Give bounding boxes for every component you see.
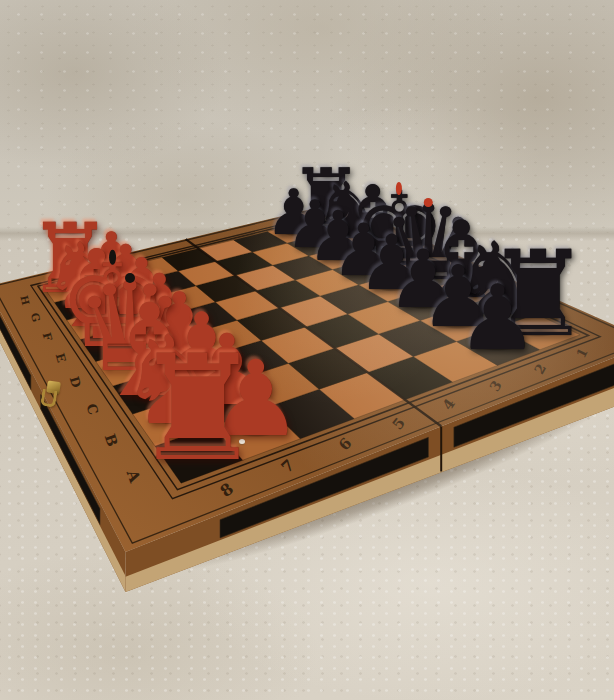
clasp-hook <box>40 389 57 408</box>
chess-board: ABCDEFGH87654321 <box>0 0 614 700</box>
floor-speck <box>239 439 245 444</box>
scene: ABCDEFGH87654321 ♜♟♞♟♝♟♚♟♛♟♟♜♝♟♟♞♞♟♝♟♟♜♚… <box>0 0 614 700</box>
